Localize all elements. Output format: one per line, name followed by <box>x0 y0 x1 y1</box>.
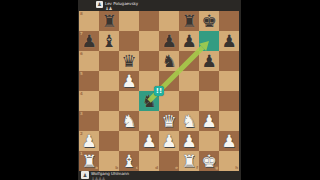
white-pawn-piece[interactable]: ♟ <box>79 131 99 151</box>
square-a8[interactable]: 8 <box>79 11 99 31</box>
black-pawn-piece[interactable]: ♟ <box>219 31 239 51</box>
square-f6[interactable] <box>179 51 199 71</box>
square-b5[interactable] <box>99 71 119 91</box>
white-queen-piece[interactable]: ♛ <box>159 111 179 131</box>
white-knight-piece[interactable]: ♞ <box>179 111 199 131</box>
video-frame: ♟ Lev Polugaevsky ♝♟ 8♜♜♚7♟♝♟♟♟6♛♞♟5♟4♞3… <box>0 0 320 180</box>
black-king-piece[interactable]: ♚ <box>199 11 219 31</box>
square-c6[interactable]: ♛ <box>119 51 139 71</box>
square-g8[interactable]: ♚ <box>199 11 219 31</box>
white-pawn-piece[interactable]: ♟ <box>139 131 159 151</box>
square-c5[interactable]: ♟ <box>119 71 139 91</box>
square-e3[interactable]: ♛ <box>159 111 179 131</box>
rank-label-8: 8 <box>80 12 83 16</box>
square-g2[interactable] <box>199 131 219 151</box>
square-a6[interactable]: 6 <box>79 51 99 71</box>
square-f3[interactable]: ♞ <box>179 111 199 131</box>
black-pawn-piece[interactable]: ♟ <box>159 31 179 51</box>
square-h7[interactable]: ♟ <box>219 31 239 51</box>
black-bishop-piece[interactable]: ♝ <box>99 31 119 51</box>
black-rook-piece[interactable]: ♜ <box>99 11 119 31</box>
square-d2[interactable]: ♟ <box>139 131 159 151</box>
square-b7[interactable]: ♝ <box>99 31 119 51</box>
square-e2[interactable]: ♟ <box>159 131 179 151</box>
chess-app-panel: ♟ Lev Polugaevsky ♝♟ 8♜♜♚7♟♝♟♟♟6♛♞♟5♟4♞3… <box>78 0 241 180</box>
square-g1[interactable]: g♚ <box>199 151 219 171</box>
square-a5[interactable]: 5 <box>79 71 99 91</box>
square-b8[interactable]: ♜ <box>99 11 119 31</box>
square-h4[interactable] <box>219 91 239 111</box>
square-h2[interactable]: ♟ <box>219 131 239 151</box>
square-g5[interactable] <box>199 71 219 91</box>
square-d1[interactable]: d <box>139 151 159 171</box>
white-king-piece[interactable]: ♚ <box>199 151 219 171</box>
square-d8[interactable] <box>139 11 159 31</box>
square-c1[interactable]: c♝ <box>119 151 139 171</box>
board-area: 8♜♜♚7♟♝♟♟♟6♛♞♟5♟4♞3♞♛♞♟2♟♟♟♟♟1a♜bc♝def♜g… <box>79 11 239 171</box>
square-a2[interactable]: 2♟ <box>79 131 99 151</box>
square-g7[interactable] <box>199 31 219 51</box>
square-f1[interactable]: f♜ <box>179 151 199 171</box>
square-a7[interactable]: 7♟ <box>79 31 99 51</box>
rank-label-6: 6 <box>80 52 83 56</box>
square-c2[interactable] <box>119 131 139 151</box>
square-a1[interactable]: 1a♜ <box>79 151 99 171</box>
player-info-bottom: ♟ Wolfgang Uhlmann ♝♟♟♟ <box>81 171 129 180</box>
square-h6[interactable] <box>219 51 239 71</box>
square-b4[interactable] <box>99 91 119 111</box>
white-rook-piece[interactable]: ♜ <box>179 151 199 171</box>
white-knight-piece[interactable]: ♞ <box>119 111 139 131</box>
white-pawn-piece[interactable]: ♟ <box>119 71 139 91</box>
square-c4[interactable] <box>119 91 139 111</box>
file-label-b: b <box>115 166 118 170</box>
rank-label-5: 5 <box>80 72 83 76</box>
white-bishop-piece[interactable]: ♝ <box>119 151 139 171</box>
square-f5[interactable] <box>179 71 199 91</box>
square-b3[interactable] <box>99 111 119 131</box>
square-h8[interactable] <box>219 11 239 31</box>
rank-label-4: 4 <box>80 92 83 96</box>
white-pawn-piece[interactable]: ♟ <box>199 111 219 131</box>
square-g3[interactable]: ♟ <box>199 111 219 131</box>
letterbox-left <box>0 0 78 180</box>
square-e1[interactable]: e <box>159 151 179 171</box>
white-rook-piece[interactable]: ♜ <box>79 151 99 171</box>
square-b6[interactable] <box>99 51 119 71</box>
captured-pieces-bottom: ♝♟♟♟ <box>91 176 129 180</box>
rank-label-3: 3 <box>80 112 83 116</box>
square-d7[interactable] <box>139 31 159 51</box>
letterbox-right <box>241 0 320 180</box>
square-e8[interactable] <box>159 11 179 31</box>
square-d6[interactable] <box>139 51 159 71</box>
square-a3[interactable]: 3 <box>79 111 99 131</box>
square-a4[interactable]: 4 <box>79 91 99 111</box>
black-pawn-piece[interactable]: ♟ <box>79 31 99 51</box>
black-rook-piece[interactable]: ♜ <box>179 11 199 31</box>
avatar-bottom[interactable]: ♟ <box>81 171 89 179</box>
square-b1[interactable]: b <box>99 151 119 171</box>
white-pawn-piece[interactable]: ♟ <box>219 131 239 151</box>
square-g4[interactable] <box>199 91 219 111</box>
brilliant-move-badge: !! <box>154 86 164 96</box>
square-c7[interactable] <box>119 31 139 51</box>
black-pawn-piece[interactable]: ♟ <box>199 51 219 71</box>
square-c3[interactable]: ♞ <box>119 111 139 131</box>
square-f2[interactable]: ♟ <box>179 131 199 151</box>
black-pawn-piece[interactable]: ♟ <box>179 31 199 51</box>
square-f4[interactable] <box>179 91 199 111</box>
black-knight-piece[interactable]: ♞ <box>159 51 179 71</box>
square-d3[interactable] <box>139 111 159 131</box>
square-h3[interactable] <box>219 111 239 131</box>
square-c8[interactable] <box>119 11 139 31</box>
player-info-top: ♟ Lev Polugaevsky ♝♟ <box>96 1 138 11</box>
square-h5[interactable] <box>219 71 239 91</box>
square-f7[interactable]: ♟ <box>179 31 199 51</box>
black-queen-piece[interactable]: ♛ <box>119 51 139 71</box>
file-label-e: e <box>175 166 178 170</box>
file-label-d: d <box>155 166 158 170</box>
avatar-top[interactable]: ♟ <box>96 1 103 8</box>
square-g6[interactable]: ♟ <box>199 51 219 71</box>
white-pawn-piece[interactable]: ♟ <box>179 131 199 151</box>
file-label-h: h <box>235 166 238 170</box>
square-b2[interactable] <box>99 131 119 151</box>
square-e6[interactable]: ♞ <box>159 51 179 71</box>
square-f8[interactable]: ♜ <box>179 11 199 31</box>
square-h1[interactable]: h <box>219 151 239 171</box>
white-pawn-piece[interactable]: ♟ <box>159 131 179 151</box>
square-e7[interactable]: ♟ <box>159 31 179 51</box>
